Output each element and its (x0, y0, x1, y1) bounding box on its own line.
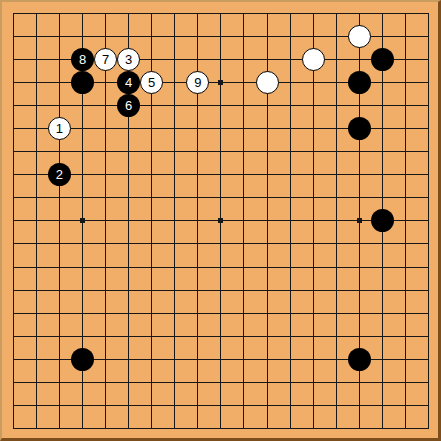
move-number: 7 (102, 53, 109, 66)
intersection-R17 (371, 48, 394, 71)
white-stone (348, 25, 371, 48)
intersection-F17: 3 (117, 48, 140, 71)
intersection-D4 (71, 348, 94, 371)
move-number: 8 (79, 53, 86, 66)
black-stone-move-8: 8 (71, 48, 94, 71)
move-number: 6 (125, 99, 132, 112)
intersection-D17: 8 (71, 48, 94, 71)
white-stone-move-7: 7 (94, 48, 117, 71)
white-stone-move-9: 9 (186, 71, 209, 94)
white-stone-move-3: 3 (117, 48, 140, 71)
intersection-M16 (256, 71, 279, 94)
intersection-Q16 (348, 71, 371, 94)
black-stone (371, 48, 394, 71)
white-stone-move-5: 5 (140, 71, 163, 94)
intersection-F15: 6 (117, 94, 140, 117)
black-stone-move-2: 2 (48, 163, 71, 186)
intersection-G16: 5 (140, 71, 163, 94)
intersection-D16 (71, 71, 94, 94)
move-number: 3 (125, 53, 132, 66)
go-board: 123456789 (0, 0, 441, 441)
star-point-cell (348, 209, 371, 232)
move-number: 5 (148, 76, 155, 89)
black-stone (348, 71, 371, 94)
black-stone (348, 348, 371, 371)
white-stone-move-1: 1 (48, 117, 71, 140)
intersection-Q4 (348, 348, 371, 371)
intersection-O17 (302, 48, 325, 71)
white-stone (256, 71, 279, 94)
black-stone-move-4: 4 (117, 71, 140, 94)
white-stone (302, 48, 325, 71)
star-point (80, 218, 85, 223)
black-stone (371, 209, 394, 232)
black-stone (71, 348, 94, 371)
star-point (218, 218, 223, 223)
intersection-Q18 (348, 25, 371, 48)
black-stone-move-6: 6 (117, 94, 140, 117)
star-point (357, 218, 362, 223)
star-point-cell (209, 209, 232, 232)
move-number: 2 (56, 168, 63, 181)
intersection-E17: 7 (94, 48, 117, 71)
star-point-cell (209, 71, 232, 94)
move-number: 9 (194, 76, 201, 89)
star-point-cell (71, 209, 94, 232)
move-number: 4 (125, 76, 132, 89)
move-number: 1 (56, 122, 63, 135)
black-stone (71, 71, 94, 94)
black-stone (348, 117, 371, 140)
intersection-F16: 4 (117, 71, 140, 94)
intersection-R10 (371, 209, 394, 232)
intersection-J16: 9 (186, 71, 209, 94)
star-point (218, 80, 223, 85)
intersection-C14: 1 (48, 117, 71, 140)
board-intersections: 123456789 (2, 2, 440, 440)
intersection-Q14 (348, 117, 371, 140)
intersection-C12: 2 (48, 163, 71, 186)
